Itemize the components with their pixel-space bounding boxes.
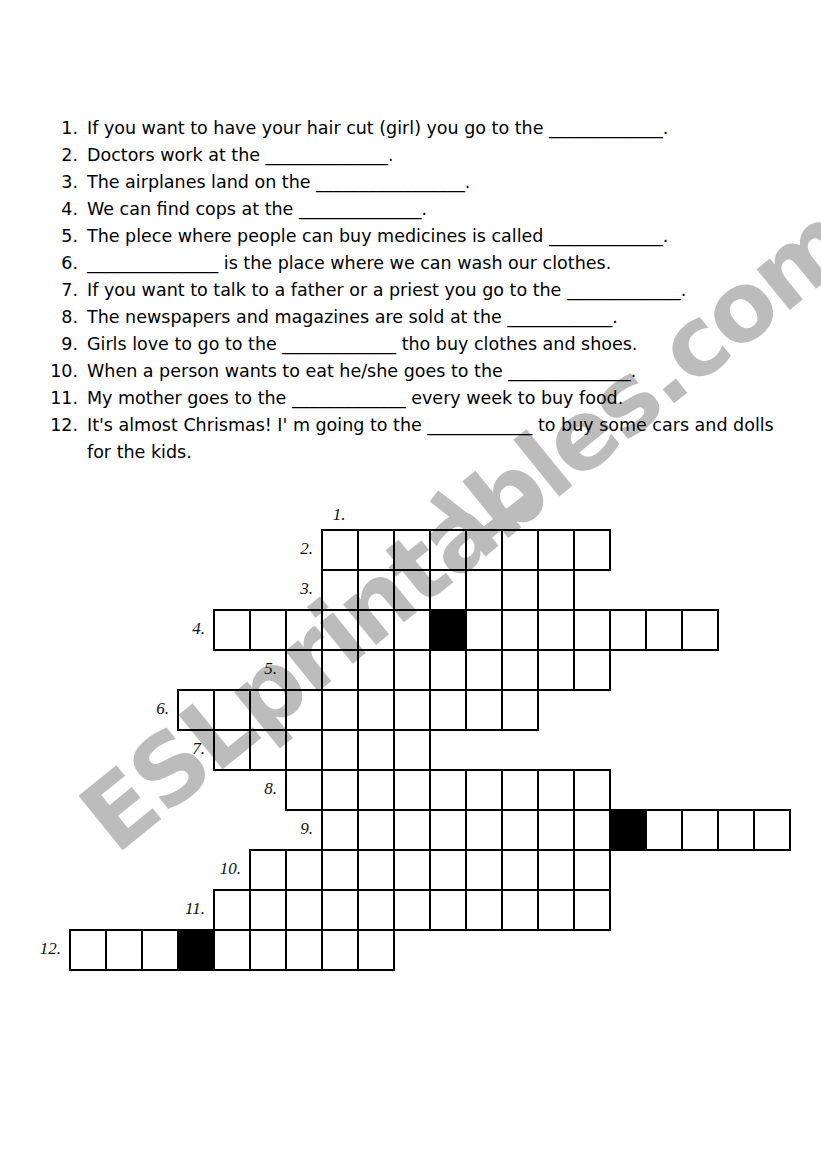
grid-cell[interactable] [537,889,575,931]
grid-cell[interactable] [429,849,467,891]
grid-row-label: 3. [269,579,313,599]
grid-cell[interactable] [465,649,503,691]
crossword-grid: 1.2.3.4.5.6.7.8.9.10.11.12. [0,0,821,1169]
grid-cell[interactable] [357,809,395,851]
grid-cell[interactable] [249,929,287,971]
grid-cell[interactable] [393,609,431,651]
grid-cell[interactable] [285,609,323,651]
grid-cell[interactable] [393,529,431,571]
grid-cell[interactable] [357,649,395,691]
grid-cell[interactable] [357,569,395,611]
grid-cell[interactable] [753,809,791,851]
grid-row-label: 9. [269,819,313,839]
grid-cell[interactable] [285,889,323,931]
grid-cell[interactable] [537,609,575,651]
grid-cell[interactable] [501,609,539,651]
grid-cell[interactable] [465,809,503,851]
grid-cell[interactable] [393,649,431,691]
grid-cell[interactable] [573,649,611,691]
grid-cell[interactable] [429,529,467,571]
grid-cell[interactable] [429,689,467,731]
grid-cell[interactable] [321,809,359,851]
grid-cell[interactable] [681,809,719,851]
grid-row-label: 7. [161,739,205,759]
grid-row-label: 8. [233,779,277,799]
grid-cell[interactable] [717,809,755,851]
grid-cell[interactable] [285,649,323,691]
grid-cell[interactable] [357,849,395,891]
grid-row-label: 2. [269,539,313,559]
grid-cell[interactable] [105,929,143,971]
grid-cell[interactable] [285,729,323,771]
grid-cell[interactable] [321,769,359,811]
worksheet-page: ESLprintables.com 1. If you want to have… [0,0,821,1169]
grid-cell[interactable] [69,929,107,971]
grid-cell[interactable] [573,529,611,571]
grid-cell[interactable] [321,929,359,971]
grid-cell[interactable] [501,529,539,571]
grid-cell[interactable] [357,529,395,571]
grid-cell[interactable] [465,529,503,571]
grid-cell[interactable] [393,849,431,891]
grid-cell[interactable] [537,769,575,811]
grid-cell[interactable] [429,809,467,851]
grid-cell[interactable] [465,849,503,891]
grid-cell[interactable] [501,809,539,851]
grid-cell[interactable] [501,689,539,731]
grid-cell[interactable] [429,889,467,931]
grid-row-label: 10. [197,859,241,879]
grid-row-label: 11. [161,899,205,919]
grid-cell[interactable] [249,689,287,731]
grid-cell[interactable] [501,649,539,691]
grid-cell[interactable] [357,609,395,651]
grid-cell[interactable] [681,609,719,651]
grid-cell[interactable] [501,569,539,611]
grid-cell[interactable] [465,609,503,651]
grid-cell[interactable] [177,689,215,731]
grid-cell[interactable] [393,729,431,771]
grid-cell[interactable] [321,889,359,931]
grid-clue1-label: 1. [321,505,357,525]
grid-cell[interactable] [213,729,251,771]
grid-cell[interactable] [285,929,323,971]
grid-cell[interactable] [141,929,179,971]
grid-cell[interactable] [429,649,467,691]
grid-cell[interactable] [249,849,287,891]
grid-cell[interactable] [321,849,359,891]
grid-cell[interactable] [285,769,323,811]
grid-cell[interactable] [465,889,503,931]
grid-cell[interactable] [573,769,611,811]
grid-cell[interactable] [501,849,539,891]
grid-cell[interactable] [537,569,575,611]
grid-cell[interactable] [393,569,431,611]
grid-cell[interactable] [465,689,503,731]
grid-row-label: 12. [17,939,61,959]
grid-cell[interactable] [357,729,395,771]
grid-cell[interactable] [357,889,395,931]
grid-cell[interactable] [537,649,575,691]
grid-cell[interactable] [537,529,575,571]
grid-cell[interactable] [393,689,431,731]
grid-cell[interactable] [573,609,611,651]
grid-cell[interactable] [213,889,251,931]
grid-cell[interactable] [213,689,251,731]
grid-cell[interactable] [321,609,359,651]
grid-cell[interactable] [213,609,251,651]
black-cell [609,809,647,851]
grid-cell[interactable] [321,529,359,571]
grid-cell[interactable] [321,689,359,731]
grid-cell[interactable] [501,769,539,811]
grid-cell[interactable] [501,889,539,931]
grid-cell[interactable] [249,609,287,651]
grid-cell[interactable] [573,809,611,851]
grid-row-label: 5. [233,659,277,679]
grid-cell[interactable] [429,569,467,611]
grid-cell[interactable] [573,849,611,891]
grid-cell[interactable] [285,849,323,891]
grid-cell[interactable] [645,809,683,851]
grid-cell[interactable] [285,689,323,731]
grid-cell[interactable] [573,889,611,931]
grid-row-label: 6. [125,699,169,719]
grid-cell[interactable] [537,849,575,891]
grid-cell[interactable] [357,929,395,971]
grid-cell[interactable] [357,689,395,731]
grid-cell[interactable] [537,809,575,851]
grid-cell[interactable] [429,769,467,811]
grid-cell[interactable] [213,929,251,971]
grid-cell[interactable] [321,649,359,691]
grid-cell[interactable] [249,889,287,931]
grid-cell[interactable] [321,729,359,771]
grid-cell[interactable] [393,889,431,931]
grid-cell[interactable] [645,609,683,651]
black-cell [177,929,215,971]
grid-cell[interactable] [393,769,431,811]
black-cell [429,609,467,651]
grid-cell[interactable] [609,609,647,651]
grid-cell[interactable] [465,769,503,811]
grid-cell[interactable] [249,729,287,771]
grid-cell[interactable] [465,569,503,611]
grid-cell[interactable] [321,569,359,611]
grid-row-label: 4. [161,619,205,639]
grid-cell[interactable] [393,809,431,851]
grid-cell[interactable] [357,769,395,811]
